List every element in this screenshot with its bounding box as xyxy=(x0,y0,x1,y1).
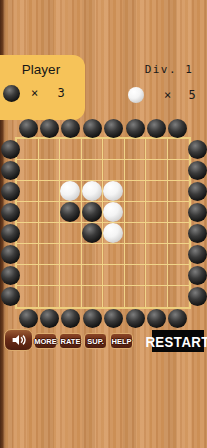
reversi-game-screen: Player × 3 Div. 1 × 5 MORE RATE SUP. HEL… xyxy=(0,0,207,448)
board-cell-r1c4[interactable] xyxy=(82,139,104,160)
decor-stone xyxy=(188,266,207,285)
board-cell-r6c4[interactable] xyxy=(82,244,104,265)
decor-stone xyxy=(126,119,145,138)
board-cell-r4c8[interactable] xyxy=(168,202,190,223)
board-cell-r5c1[interactable] xyxy=(17,223,39,244)
board-cell-r5c7[interactable] xyxy=(146,223,168,244)
more-button[interactable]: MORE xyxy=(34,333,57,349)
support-button-label: SUP. xyxy=(87,337,104,346)
board-cell-r2c8[interactable] xyxy=(168,160,190,181)
decor-stone xyxy=(83,119,102,138)
board-cell-r6c1[interactable] xyxy=(17,244,39,265)
board-cell-r8c7[interactable] xyxy=(146,286,168,307)
board-cell-r4c2[interactable] xyxy=(39,202,61,223)
board-cell-r2c4[interactable] xyxy=(82,160,104,181)
board-cell-r7c5[interactable] xyxy=(103,265,125,286)
board-cell-r1c2[interactable] xyxy=(39,139,61,160)
board-cell-r8c2[interactable] xyxy=(39,286,61,307)
board-cell-r8c4[interactable] xyxy=(82,286,104,307)
board-cell-r3c8[interactable] xyxy=(168,181,190,202)
decor-stone xyxy=(1,182,20,201)
restart-button-label: RESTART xyxy=(146,333,207,350)
board-cell-r5c3[interactable] xyxy=(60,223,82,244)
decor-stone xyxy=(1,245,20,264)
board-cell-r4c3[interactable] xyxy=(60,202,82,223)
board-cell-r7c7[interactable] xyxy=(146,265,168,286)
rate-button-label: RATE xyxy=(61,337,81,346)
board-cell-r2c6[interactable] xyxy=(125,160,147,181)
board-cell-r5c6[interactable] xyxy=(125,223,147,244)
decor-stone xyxy=(40,309,59,328)
restart-button[interactable]: RESTART xyxy=(152,330,204,352)
help-button[interactable]: HELP xyxy=(110,333,133,349)
board-cell-r6c6[interactable] xyxy=(125,244,147,265)
decor-stone xyxy=(61,309,80,328)
decor-stone xyxy=(1,287,20,306)
board-cell-r1c7[interactable] xyxy=(146,139,168,160)
board-cell-r1c3[interactable] xyxy=(60,139,82,160)
decor-stone xyxy=(40,119,59,138)
decor-stone xyxy=(188,224,207,243)
support-button[interactable]: SUP. xyxy=(84,333,107,349)
board-cell-r7c1[interactable] xyxy=(17,265,39,286)
board-cell-r3c3[interactable] xyxy=(60,181,82,202)
black-stone xyxy=(82,202,102,222)
white-stone xyxy=(103,223,123,243)
board-cell-r5c2[interactable] xyxy=(39,223,61,244)
white-stone xyxy=(82,181,102,201)
board-cell-r4c5[interactable] xyxy=(103,202,125,223)
help-button-label: HELP xyxy=(111,337,131,346)
opponent-white-stone-icon xyxy=(128,87,144,103)
board-cell-r4c7[interactable] xyxy=(146,202,168,223)
decor-stone xyxy=(104,309,123,328)
board-cell-r2c3[interactable] xyxy=(60,160,82,181)
board-cell-r1c1[interactable] xyxy=(17,139,39,160)
decor-stone xyxy=(147,309,166,328)
decor-stone xyxy=(83,309,102,328)
decor-stone xyxy=(188,140,207,159)
decor-stone xyxy=(1,203,20,222)
white-stone xyxy=(103,181,123,201)
more-button-label: MORE xyxy=(34,337,57,346)
board-cell-r6c8[interactable] xyxy=(168,244,190,265)
board-cell-r2c5[interactable] xyxy=(103,160,125,181)
decor-stone xyxy=(188,182,207,201)
board-cell-r8c3[interactable] xyxy=(60,286,82,307)
board-cell-r5c8[interactable] xyxy=(168,223,190,244)
decor-stone xyxy=(1,161,20,180)
decor-stone xyxy=(188,245,207,264)
decor-stone xyxy=(1,266,20,285)
opponent-name-label: Div. 1 xyxy=(132,63,206,76)
board-cell-r6c2[interactable] xyxy=(39,244,61,265)
board-cell-r4c6[interactable] xyxy=(125,202,147,223)
speaker-on-icon xyxy=(11,333,27,347)
board-cell-r3c6[interactable] xyxy=(125,181,147,202)
player-stone-count: × 3 xyxy=(31,86,71,100)
board-cell-r7c3[interactable] xyxy=(60,265,82,286)
decor-stone xyxy=(104,119,123,138)
black-stone xyxy=(60,202,80,222)
board-cell-r2c1[interactable] xyxy=(17,160,39,181)
board-cell-r6c7[interactable] xyxy=(146,244,168,265)
board-cell-r7c8[interactable] xyxy=(168,265,190,286)
board-cell-r1c5[interactable] xyxy=(103,139,125,160)
decor-stone xyxy=(147,119,166,138)
board-cell-r5c5[interactable] xyxy=(103,223,125,244)
player-name-label: Player xyxy=(12,62,70,77)
decor-stone xyxy=(1,224,20,243)
board-cell-r4c4[interactable] xyxy=(82,202,104,223)
board-grid xyxy=(15,137,191,309)
board-cell-r2c7[interactable] xyxy=(146,160,168,181)
opponent-stone-count: × 5 xyxy=(164,88,201,102)
white-stone xyxy=(103,202,123,222)
board-cell-r3c7[interactable] xyxy=(146,181,168,202)
decor-stone xyxy=(126,309,145,328)
board-cell-r4c1[interactable] xyxy=(17,202,39,223)
board-cell-r7c6[interactable] xyxy=(125,265,147,286)
decor-stone xyxy=(188,203,207,222)
white-stone xyxy=(60,181,80,201)
board-cell-r8c1[interactable] xyxy=(17,286,39,307)
board-cell-r1c8[interactable] xyxy=(168,139,190,160)
board-cell-r3c2[interactable] xyxy=(39,181,61,202)
board-cell-r3c1[interactable] xyxy=(17,181,39,202)
board-cell-r6c3[interactable] xyxy=(60,244,82,265)
sound-toggle-button[interactable] xyxy=(4,329,33,351)
board-cell-r8c6[interactable] xyxy=(125,286,147,307)
board-cell-r7c4[interactable] xyxy=(82,265,104,286)
decor-stone xyxy=(188,287,207,306)
board-cell-r5c4[interactable] xyxy=(82,223,104,244)
decor-stone xyxy=(19,309,38,328)
board-cell-r2c2[interactable] xyxy=(39,160,61,181)
decor-stone xyxy=(168,119,187,138)
board-cell-r8c5[interactable] xyxy=(103,286,125,307)
board-cell-r3c4[interactable] xyxy=(82,181,104,202)
decor-stone xyxy=(168,309,187,328)
board-cell-r3c5[interactable] xyxy=(103,181,125,202)
board-cell-r6c5[interactable] xyxy=(103,244,125,265)
board-cell-r7c2[interactable] xyxy=(39,265,61,286)
black-stone xyxy=(82,223,102,243)
decor-stone xyxy=(188,161,207,180)
board-cell-r8c8[interactable] xyxy=(168,286,190,307)
board-cell-r1c6[interactable] xyxy=(125,139,147,160)
decor-stone xyxy=(1,140,20,159)
decor-stone xyxy=(61,119,80,138)
player-black-stone-icon xyxy=(3,85,20,102)
rate-button[interactable]: RATE xyxy=(59,333,82,349)
decor-stone xyxy=(19,119,38,138)
